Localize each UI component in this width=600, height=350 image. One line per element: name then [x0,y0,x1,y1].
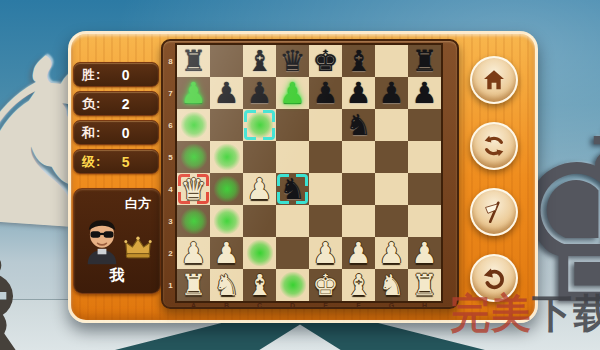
stat-losses: 负: 2 [73,91,159,116]
square-b4[interactable] [210,173,243,205]
white-pawn[interactable]: ♟ [181,239,207,268]
legal-move-dot[interactable] [180,144,207,171]
stat-draws-value: 0 [101,125,150,141]
flag-icon [481,199,507,225]
rank-label: 6 [165,109,176,141]
black-knight[interactable]: ♞ [280,175,306,204]
square-f7[interactable]: ♟ [342,77,375,109]
square-e8[interactable]: ♚ [309,45,342,77]
watermark: 完美下载 [450,286,600,341]
black-bishop[interactable]: ♝ [247,47,273,76]
square-g8[interactable] [375,45,408,77]
square-e6[interactable] [309,109,342,141]
square-d6[interactable] [276,109,309,141]
square-f6[interactable]: ♞ [342,109,375,141]
square-d5[interactable] [276,141,309,173]
file-label: G [375,302,408,310]
stat-losses-label: 负: [82,95,101,113]
white-pawn[interactable]: ♟ [346,239,372,268]
chess-board: 87654321 ♜♝♛♚♝♜♟♟♟♟♟♟♟♟♞♛♟♞♟♟♟♟♟♟♜♞♝♚♝♞♜… [161,39,459,309]
black-pawn[interactable]: ♟ [313,79,339,108]
black-knight[interactable]: ♞ [346,111,372,140]
file-labels: ABCDEFGH [177,302,441,310]
square-c2[interactable] [243,237,276,269]
square-e3[interactable] [309,205,342,237]
black-pawn[interactable]: ♟ [181,79,207,108]
square-e4[interactable] [309,173,342,205]
square-a4[interactable]: ♛ [177,173,210,205]
square-f2[interactable]: ♟ [342,237,375,269]
board-squares[interactable]: ♜♝♛♚♝♜♟♟♟♟♟♟♟♟♞♛♟♞♟♟♟♟♟♟♜♞♝♚♝♞♜ [177,45,441,301]
watermark-part1: 完美 [450,291,532,335]
square-f4[interactable] [342,173,375,205]
square-h1[interactable]: ♜ [408,269,441,301]
white-rook[interactable]: ♜ [181,271,207,300]
home-icon [481,67,507,93]
stat-level-label: 级: [82,153,101,171]
legal-move-dot[interactable] [213,208,240,235]
square-d4[interactable]: ♞ [276,173,309,205]
square-f5[interactable] [342,141,375,173]
player-side-label: 白方 [125,195,151,213]
stat-losses-value: 2 [101,96,150,112]
square-g1[interactable]: ♞ [375,269,408,301]
black-pawn[interactable]: ♟ [379,79,405,108]
stat-wins-value: 0 [101,67,150,83]
black-king[interactable]: ♚ [313,47,339,76]
square-a8[interactable]: ♜ [177,45,210,77]
rank-label: 8 [165,45,176,77]
square-b8[interactable] [210,45,243,77]
square-d7[interactable]: ♟ [276,77,309,109]
legal-move-dot[interactable] [246,240,273,267]
square-h3[interactable] [408,205,441,237]
black-rook[interactable]: ♜ [181,47,207,76]
square-e5[interactable] [309,141,342,173]
square-c8[interactable]: ♝ [243,45,276,77]
square-c7[interactable]: ♟ [243,77,276,109]
square-d2[interactable] [276,237,309,269]
white-pawn[interactable]: ♟ [379,239,405,268]
square-g3[interactable] [375,205,408,237]
restart-button[interactable] [470,122,518,170]
legal-move-dot[interactable] [213,176,240,203]
legal-move-dot[interactable] [213,144,240,171]
file-label: D [276,302,309,310]
square-b2[interactable]: ♟ [210,237,243,269]
black-pawn[interactable]: ♟ [412,79,438,108]
square-b3[interactable] [210,205,243,237]
king-crown-icon [123,235,153,261]
rank-labels: 87654321 [165,45,176,301]
black-pawn[interactable]: ♟ [346,79,372,108]
white-rook[interactable]: ♜ [412,271,438,300]
square-c5[interactable] [243,141,276,173]
white-pawn[interactable]: ♟ [247,175,273,204]
black-bishop[interactable]: ♝ [346,47,372,76]
legal-move-dot[interactable] [180,208,207,235]
file-label: H [408,302,441,310]
square-g6[interactable] [375,109,408,141]
stat-level-value: 5 [101,154,150,170]
stat-draws-label: 和: [82,124,101,142]
white-bishop[interactable]: ♝ [346,271,372,300]
white-pawn[interactable]: ♟ [214,239,240,268]
home-button[interactable] [470,56,518,104]
square-a7[interactable]: ♟ [177,77,210,109]
resign-button[interactable] [470,188,518,236]
square-g2[interactable]: ♟ [375,237,408,269]
square-c3[interactable] [243,205,276,237]
square-h5[interactable] [408,141,441,173]
square-d1[interactable] [276,269,309,301]
player-name: 我 [74,266,160,285]
square-f8[interactable]: ♝ [342,45,375,77]
file-label: F [342,302,375,310]
player-avatar [80,215,124,265]
square-a6[interactable] [177,109,210,141]
square-a5[interactable] [177,141,210,173]
square-f3[interactable] [342,205,375,237]
square-g4[interactable] [375,173,408,205]
square-b6[interactable] [210,109,243,141]
square-a1[interactable]: ♜ [177,269,210,301]
square-b1[interactable]: ♞ [210,269,243,301]
stat-draws: 和: 0 [73,120,159,145]
stat-wins-label: 胜: [82,66,101,84]
square-g5[interactable] [375,141,408,173]
rank-label: 5 [165,141,176,173]
square-a3[interactable] [177,205,210,237]
white-knight[interactable]: ♞ [379,271,405,300]
square-b7[interactable]: ♟ [210,77,243,109]
black-pawn[interactable]: ♟ [247,79,273,108]
square-c1[interactable]: ♝ [243,269,276,301]
square-d8[interactable]: ♛ [276,45,309,77]
rank-label: 4 [165,173,176,205]
square-c6[interactable] [243,109,276,141]
square-h4[interactable] [408,173,441,205]
white-bishop[interactable]: ♝ [247,271,273,300]
white-king[interactable]: ♚ [313,271,339,300]
black-pawn[interactable]: ♟ [214,79,240,108]
file-label: E [309,302,342,310]
square-d3[interactable] [276,205,309,237]
chess-game-screen: ♝ ♞ ♚ 胜: 0 负: 2 和: 0 级: 5 白方 [0,0,600,350]
white-knight[interactable]: ♞ [214,271,240,300]
square-a2[interactable]: ♟ [177,237,210,269]
square-b5[interactable] [210,141,243,173]
file-label: B [210,302,243,310]
file-label: A [177,302,210,310]
rank-label: 7 [165,77,176,109]
square-c4[interactable]: ♟ [243,173,276,205]
square-h2[interactable]: ♟ [408,237,441,269]
rank-label: 3 [165,205,176,237]
white-queen[interactable]: ♛ [181,175,207,204]
square-e7[interactable]: ♟ [309,77,342,109]
rank-label: 1 [165,269,176,301]
legal-move-dot[interactable] [246,112,273,139]
square-h7[interactable]: ♟ [408,77,441,109]
white-pawn[interactable]: ♟ [412,239,438,268]
square-f1[interactable]: ♝ [342,269,375,301]
square-g7[interactable]: ♟ [375,77,408,109]
stat-wins: 胜: 0 [73,62,159,87]
rank-label: 2 [165,237,176,269]
black-queen[interactable]: ♛ [280,47,306,76]
white-pawn[interactable]: ♟ [313,239,339,268]
square-e1[interactable]: ♚ [309,269,342,301]
black-pawn[interactable]: ♟ [280,79,306,108]
player-card: 白方 我 [73,188,161,294]
watermark-part2: 下载 [532,291,600,335]
refresh-icon [481,133,507,159]
file-label: C [243,302,276,310]
black-rook[interactable]: ♜ [412,47,438,76]
stat-level: 级: 5 [73,149,159,174]
square-h8[interactable]: ♜ [408,45,441,77]
square-e2[interactable]: ♟ [309,237,342,269]
legal-move-dot[interactable] [279,272,306,299]
legal-move-dot[interactable] [180,112,207,139]
square-h6[interactable] [408,109,441,141]
